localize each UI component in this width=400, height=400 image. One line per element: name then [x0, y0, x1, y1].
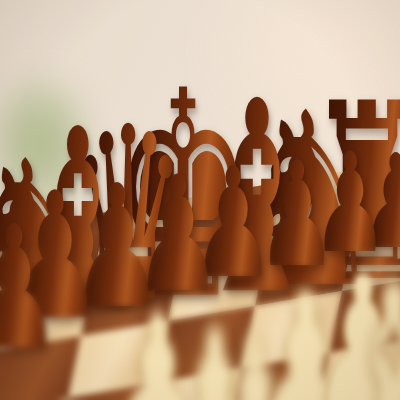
chess-set-photo: ♜♞♝♚♛♝♞♟♟♟♟♟♟♟♟ ♟♟♟♟♟♝: [0, 0, 400, 400]
vignette-overlay: [0, 0, 400, 400]
